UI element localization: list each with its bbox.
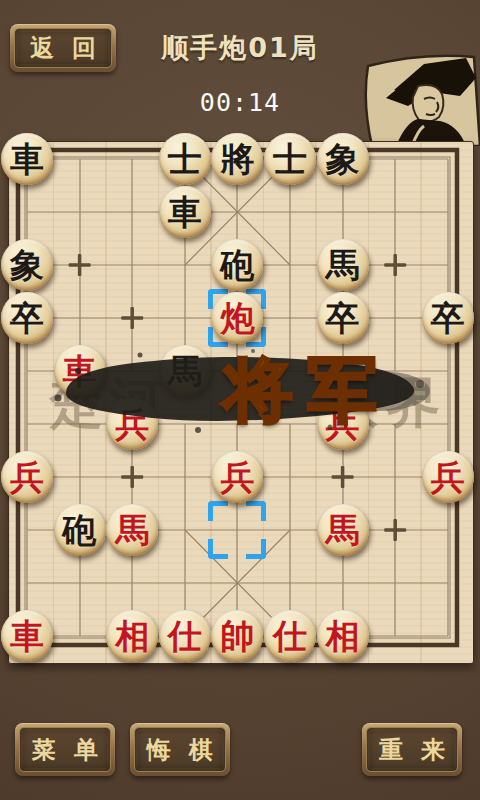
piece-black-horse-a[interactable]: 馬 [159,345,211,397]
menu-button-label: 菜单 [32,734,116,766]
piece-red-advisor-b[interactable]: 仕 [264,610,316,662]
piece-red-advisor-a[interactable]: 仕 [159,610,211,662]
piece-black-cannon-a[interactable]: 砲 [211,239,263,291]
piece-red-horse-b[interactable]: 馬 [317,504,369,556]
piece-black-chariot-a[interactable]: 車 [1,133,53,185]
piece-black-horse-b[interactable]: 馬 [317,239,369,291]
undo-button-label: 悔棋 [147,734,231,766]
piece-black-soldier-c[interactable]: 卒 [422,292,474,344]
restart-button-label: 重来 [379,734,463,766]
piece-red-elephant-a[interactable]: 相 [106,610,158,662]
restart-button[interactable]: 重来 [362,723,462,776]
piece-red-soldier-a[interactable]: 兵 [1,451,53,503]
piece-black-elephant-b[interactable]: 象 [317,133,369,185]
piece-black-cannon-b[interactable]: 砲 [54,504,106,556]
piece-red-horse-a[interactable]: 馬 [106,504,158,556]
board-grid [9,142,473,663]
piece-red-soldier-d[interactable]: 兵 [317,398,369,450]
piece-black-soldier-b[interactable]: 卒 [317,292,369,344]
piece-black-soldier-a[interactable]: 卒 [1,292,53,344]
piece-black-chariot-b[interactable]: 車 [159,186,211,238]
piece-red-cannon[interactable]: 炮 [211,292,263,344]
xiangqi-board[interactable]: 楚 河 汉 界 車士將士象車象砲馬卒卒卒馬砲炮車兵兵兵兵兵馬馬車相仕帥仕相 [8,141,474,664]
piece-red-king[interactable]: 帥 [211,610,263,662]
piece-red-soldier-e[interactable]: 兵 [422,451,474,503]
menu-button[interactable]: 菜单 [15,723,115,776]
piece-black-advisor-b[interactable]: 士 [264,133,316,185]
piece-black-advisor-a[interactable]: 士 [159,133,211,185]
scholar-illustration [360,50,480,146]
piece-red-chariot-a[interactable]: 車 [1,610,53,662]
piece-red-soldier-b[interactable]: 兵 [106,398,158,450]
piece-black-elephant-a[interactable]: 象 [1,239,53,291]
piece-red-soldier-c[interactable]: 兵 [211,451,263,503]
piece-black-general[interactable]: 將 [211,133,263,185]
undo-move-button[interactable]: 悔棋 [130,723,230,776]
piece-red-chariot-b[interactable]: 車 [54,345,106,397]
piece-red-elephant-b[interactable]: 相 [317,610,369,662]
